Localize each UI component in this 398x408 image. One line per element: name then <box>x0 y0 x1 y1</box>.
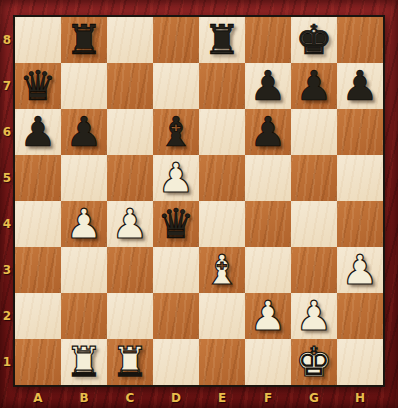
square-b8[interactable]: ♜ <box>61 17 107 63</box>
square-g1[interactable]: ♚ <box>291 339 337 385</box>
rank-label-1: 1 <box>0 339 14 385</box>
square-c7[interactable] <box>107 63 153 109</box>
square-c4[interactable]: ♟ <box>107 201 153 247</box>
square-e7[interactable] <box>199 63 245 109</box>
white-pawn[interactable]: ♟ <box>112 204 149 245</box>
black-pawn[interactable]: ♟ <box>296 66 333 107</box>
file-label-d: D <box>153 389 199 407</box>
square-h5[interactable] <box>337 155 383 201</box>
square-e3[interactable]: ♝ <box>199 247 245 293</box>
white-king[interactable]: ♚ <box>296 342 333 383</box>
square-d4[interactable]: ♛ <box>153 201 199 247</box>
square-g6[interactable] <box>291 109 337 155</box>
black-pawn[interactable]: ♟ <box>66 112 103 153</box>
square-c5[interactable] <box>107 155 153 201</box>
square-h4[interactable] <box>337 201 383 247</box>
black-pawn[interactable]: ♟ <box>250 112 287 153</box>
square-e8[interactable]: ♜ <box>199 17 245 63</box>
square-g5[interactable] <box>291 155 337 201</box>
square-f7[interactable]: ♟ <box>245 63 291 109</box>
square-d2[interactable] <box>153 293 199 339</box>
square-f1[interactable] <box>245 339 291 385</box>
black-pawn[interactable]: ♟ <box>250 66 287 107</box>
square-d8[interactable] <box>153 17 199 63</box>
white-bishop[interactable]: ♝ <box>204 250 241 291</box>
square-a2[interactable] <box>15 293 61 339</box>
white-rook[interactable]: ♜ <box>112 342 149 383</box>
square-a1[interactable] <box>15 339 61 385</box>
rank-label-8: 8 <box>0 17 14 63</box>
white-pawn[interactable]: ♟ <box>66 204 103 245</box>
rank-label-7: 7 <box>0 63 14 109</box>
square-f5[interactable] <box>245 155 291 201</box>
black-pawn[interactable]: ♟ <box>342 66 379 107</box>
square-b2[interactable] <box>61 293 107 339</box>
square-f4[interactable] <box>245 201 291 247</box>
black-king[interactable]: ♚ <box>296 20 333 61</box>
square-g3[interactable] <box>291 247 337 293</box>
file-label-h: H <box>337 389 383 407</box>
square-f6[interactable]: ♟ <box>245 109 291 155</box>
square-b7[interactable] <box>61 63 107 109</box>
white-pawn[interactable]: ♟ <box>342 250 379 291</box>
white-pawn[interactable]: ♟ <box>250 296 287 337</box>
square-a3[interactable] <box>15 247 61 293</box>
white-pawn[interactable]: ♟ <box>296 296 333 337</box>
square-a8[interactable] <box>15 17 61 63</box>
square-d5[interactable]: ♟ <box>153 155 199 201</box>
file-label-b: B <box>61 389 107 407</box>
square-e1[interactable] <box>199 339 245 385</box>
rank-label-5: 5 <box>0 155 14 201</box>
square-h1[interactable] <box>337 339 383 385</box>
square-h3[interactable]: ♟ <box>337 247 383 293</box>
square-h2[interactable] <box>337 293 383 339</box>
black-rook[interactable]: ♜ <box>66 20 103 61</box>
square-g7[interactable]: ♟ <box>291 63 337 109</box>
black-rook[interactable]: ♜ <box>204 20 241 61</box>
black-queen[interactable]: ♛ <box>158 204 195 245</box>
square-e2[interactable] <box>199 293 245 339</box>
rank-label-2: 2 <box>0 293 14 339</box>
black-pawn[interactable]: ♟ <box>20 112 57 153</box>
file-label-c: C <box>107 389 153 407</box>
square-e6[interactable] <box>199 109 245 155</box>
square-a5[interactable] <box>15 155 61 201</box>
file-label-f: F <box>245 389 291 407</box>
square-b6[interactable]: ♟ <box>61 109 107 155</box>
square-b5[interactable] <box>61 155 107 201</box>
white-rook[interactable]: ♜ <box>66 342 103 383</box>
square-d3[interactable] <box>153 247 199 293</box>
square-h6[interactable] <box>337 109 383 155</box>
square-d7[interactable] <box>153 63 199 109</box>
file-label-a: A <box>15 389 61 407</box>
square-g8[interactable]: ♚ <box>291 17 337 63</box>
square-d6[interactable]: ♝ <box>153 109 199 155</box>
black-bishop[interactable]: ♝ <box>158 112 195 153</box>
square-a4[interactable] <box>15 201 61 247</box>
square-g4[interactable] <box>291 201 337 247</box>
square-c2[interactable] <box>107 293 153 339</box>
square-b3[interactable] <box>61 247 107 293</box>
square-h7[interactable]: ♟ <box>337 63 383 109</box>
square-c6[interactable] <box>107 109 153 155</box>
square-c3[interactable] <box>107 247 153 293</box>
rank-label-6: 6 <box>0 109 14 155</box>
square-h8[interactable] <box>337 17 383 63</box>
rank-label-4: 4 <box>0 201 14 247</box>
square-e5[interactable] <box>199 155 245 201</box>
chess-board: ♜♜♚♛♟♟♟♟♟♝♟♟♟♟♛♝♟♟♟♜♜♚ <box>13 15 385 387</box>
black-queen[interactable]: ♛ <box>20 66 57 107</box>
square-g2[interactable]: ♟ <box>291 293 337 339</box>
square-a6[interactable]: ♟ <box>15 109 61 155</box>
square-f8[interactable] <box>245 17 291 63</box>
chess-board-frame: ♜♜♚♛♟♟♟♟♟♝♟♟♟♟♛♝♟♟♟♜♜♚ 87654321 ABCDEFGH <box>0 0 398 408</box>
white-pawn[interactable]: ♟ <box>158 158 195 199</box>
file-label-e: E <box>199 389 245 407</box>
square-b1[interactable]: ♜ <box>61 339 107 385</box>
square-c8[interactable] <box>107 17 153 63</box>
square-f2[interactable]: ♟ <box>245 293 291 339</box>
file-label-g: G <box>291 389 337 407</box>
square-e4[interactable] <box>199 201 245 247</box>
square-a7[interactable]: ♛ <box>15 63 61 109</box>
square-b4[interactable]: ♟ <box>61 201 107 247</box>
rank-label-3: 3 <box>0 247 14 293</box>
square-f3[interactable] <box>245 247 291 293</box>
square-d1[interactable] <box>153 339 199 385</box>
square-c1[interactable]: ♜ <box>107 339 153 385</box>
